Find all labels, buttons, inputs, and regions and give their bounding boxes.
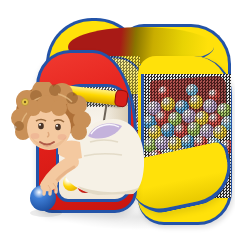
product-photo-stage [0, 0, 235, 235]
hair-clip-center [24, 101, 26, 103]
toddler [0, 82, 170, 235]
